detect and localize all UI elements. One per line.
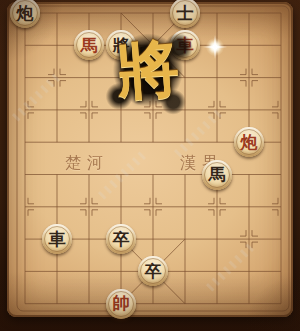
piece-black-chariot[interactable]: 車 — [42, 224, 72, 254]
piece-glyph: 馬 — [209, 166, 226, 183]
piece-glyph: 炮 — [241, 134, 258, 151]
piece-glyph: 帥 — [113, 295, 130, 312]
board-stage: 楚河 漢界 炮士馬將車炮馬車卒卒帥 將 — [0, 0, 300, 331]
piece-black-soldier-1[interactable]: 卒 — [106, 224, 136, 254]
piece-black-horse[interactable]: 馬 — [202, 160, 232, 190]
piece-glyph: 車 — [49, 231, 66, 248]
piece-glyph: 車 — [177, 37, 194, 54]
piece-red-general[interactable]: 帥 — [106, 289, 136, 319]
piece-glyph: 士 — [177, 5, 194, 22]
piece-glyph: 將 — [113, 37, 130, 54]
piece-glyph: 炮 — [17, 5, 34, 22]
piece-red-cannon[interactable]: 炮 — [234, 127, 264, 157]
river-label-chuhe: 楚河 — [65, 153, 109, 174]
piece-glyph: 卒 — [145, 263, 162, 280]
piece-glyph: 馬 — [81, 37, 98, 54]
piece-glyph: 卒 — [113, 231, 130, 248]
